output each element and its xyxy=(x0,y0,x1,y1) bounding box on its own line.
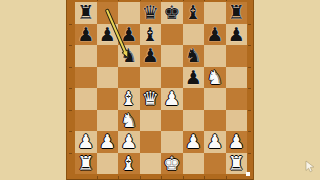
square-g4[interactable] xyxy=(204,88,226,110)
square-d3[interactable] xyxy=(140,110,162,132)
piece-black-pawn-c7[interactable]: ♟ xyxy=(118,24,140,46)
border-tick xyxy=(69,24,72,25)
piece-black-knight-f6[interactable]: ♞ xyxy=(183,45,205,67)
border-tick xyxy=(69,131,72,132)
square-b6[interactable] xyxy=(97,45,119,67)
piece-white-bishop-c4[interactable]: ♝ xyxy=(118,88,140,110)
square-g3[interactable] xyxy=(204,110,226,132)
square-h5[interactable] xyxy=(226,67,248,89)
border-tick xyxy=(69,110,72,111)
square-h4[interactable] xyxy=(226,88,248,110)
square-d5[interactable] xyxy=(140,67,162,89)
square-f2[interactable]: ♟ xyxy=(183,131,205,153)
border-tick xyxy=(118,176,119,179)
square-d6[interactable]: ♟ xyxy=(140,45,162,67)
chess-board: ♜♛♚♝♜♟♟♟♝♟♟♞♟♞♟♞♝♛♟♞♟♟♟♟♟♟♜♝♚♜ xyxy=(66,0,254,180)
square-e8[interactable]: ♚ xyxy=(161,2,183,24)
board-squares: ♜♛♚♝♜♟♟♟♝♟♟♞♟♞♟♞♝♛♟♞♟♟♟♟♟♟♜♝♚♜ xyxy=(75,2,247,174)
square-c5[interactable] xyxy=(118,67,140,89)
square-f6[interactable]: ♞ xyxy=(183,45,205,67)
piece-black-bishop-d7[interactable]: ♝ xyxy=(140,24,162,46)
piece-black-rook-h8[interactable]: ♜ xyxy=(226,2,248,24)
border-tick xyxy=(248,110,251,111)
square-g1[interactable] xyxy=(204,153,226,175)
square-b7[interactable]: ♟ xyxy=(97,24,119,46)
border-tick xyxy=(69,67,72,68)
square-d8[interactable]: ♛ xyxy=(140,2,162,24)
piece-black-pawn-d6[interactable]: ♟ xyxy=(140,45,162,67)
square-f4[interactable] xyxy=(183,88,205,110)
square-b1[interactable] xyxy=(97,153,119,175)
square-h2[interactable]: ♟ xyxy=(226,131,248,153)
piece-black-pawn-b7[interactable]: ♟ xyxy=(97,24,119,46)
square-d4[interactable]: ♛ xyxy=(140,88,162,110)
border-tick xyxy=(248,24,251,25)
border-tick xyxy=(226,176,227,179)
border-tick xyxy=(204,176,205,179)
piece-white-rook-h1[interactable]: ♜ xyxy=(226,153,248,175)
piece-white-pawn-h2[interactable]: ♟ xyxy=(226,131,248,153)
piece-white-pawn-c2[interactable]: ♟ xyxy=(118,131,140,153)
border-tick xyxy=(140,176,141,179)
square-c3[interactable]: ♞ xyxy=(118,110,140,132)
square-e3[interactable] xyxy=(161,110,183,132)
border-tick xyxy=(183,0,184,1)
piece-black-queen-d8[interactable]: ♛ xyxy=(140,2,162,24)
border-tick xyxy=(118,0,119,1)
square-h1[interactable]: ♜ xyxy=(226,153,248,175)
border-tick xyxy=(97,0,98,1)
square-d7[interactable]: ♝ xyxy=(140,24,162,46)
square-b8[interactable] xyxy=(97,2,119,24)
square-a6[interactable] xyxy=(75,45,97,67)
piece-white-pawn-a2[interactable]: ♟ xyxy=(75,131,97,153)
square-e7[interactable] xyxy=(161,24,183,46)
square-h8[interactable]: ♜ xyxy=(226,2,248,24)
piece-black-pawn-a7[interactable]: ♟ xyxy=(75,24,97,46)
square-f8[interactable]: ♝ xyxy=(183,2,205,24)
piece-white-pawn-f2[interactable]: ♟ xyxy=(183,131,205,153)
square-c8[interactable] xyxy=(118,2,140,24)
border-tick xyxy=(69,153,72,154)
border-tick xyxy=(161,0,162,1)
square-f5[interactable]: ♟ xyxy=(183,67,205,89)
border-tick xyxy=(204,0,205,1)
square-a7[interactable]: ♟ xyxy=(75,24,97,46)
square-g7[interactable]: ♟ xyxy=(204,24,226,46)
piece-white-king-e1[interactable]: ♚ xyxy=(161,153,183,175)
border-tick xyxy=(248,88,251,89)
border-tick xyxy=(69,45,72,46)
square-e6[interactable] xyxy=(161,45,183,67)
square-g5[interactable]: ♞ xyxy=(204,67,226,89)
border-tick xyxy=(248,153,251,154)
square-b3[interactable] xyxy=(97,110,119,132)
square-a5[interactable] xyxy=(75,67,97,89)
piece-white-knight-c3[interactable]: ♞ xyxy=(118,110,140,132)
border-tick xyxy=(248,45,251,46)
square-a8[interactable]: ♜ xyxy=(75,2,97,24)
square-c2[interactable]: ♟ xyxy=(118,131,140,153)
piece-black-rook-a8[interactable]: ♜ xyxy=(75,2,97,24)
piece-white-queen-d4[interactable]: ♛ xyxy=(140,88,162,110)
piece-white-bishop-c1[interactable]: ♝ xyxy=(118,153,140,175)
square-g8[interactable] xyxy=(204,2,226,24)
piece-black-knight-c6[interactable]: ♞ xyxy=(118,45,140,67)
square-h7[interactable]: ♟ xyxy=(226,24,248,46)
square-h6[interactable] xyxy=(226,45,248,67)
square-b2[interactable]: ♟ xyxy=(97,131,119,153)
square-d1[interactable] xyxy=(140,153,162,175)
square-f7[interactable] xyxy=(183,24,205,46)
border-tick xyxy=(248,131,251,132)
piece-white-pawn-e4[interactable]: ♟ xyxy=(161,88,183,110)
video-frame: ♜♛♚♝♜♟♟♟♝♟♟♞♟♞♟♞♝♛♟♞♟♟♟♟♟♟♜♝♚♜ xyxy=(0,0,320,180)
piece-black-king-e8[interactable]: ♚ xyxy=(161,2,183,24)
piece-white-knight-g5[interactable]: ♞ xyxy=(204,67,226,89)
square-g2[interactable]: ♟ xyxy=(204,131,226,153)
piece-black-pawn-f5[interactable]: ♟ xyxy=(183,67,205,89)
square-e5[interactable] xyxy=(161,67,183,89)
square-a1[interactable]: ♜ xyxy=(75,153,97,175)
square-e1[interactable]: ♚ xyxy=(161,153,183,175)
border-tick xyxy=(183,176,184,179)
piece-white-pawn-g2[interactable]: ♟ xyxy=(204,131,226,153)
piece-black-pawn-h7[interactable]: ♟ xyxy=(226,24,248,46)
square-d2[interactable] xyxy=(140,131,162,153)
square-a2[interactable]: ♟ xyxy=(75,131,97,153)
square-b5[interactable] xyxy=(97,67,119,89)
square-e4[interactable]: ♟ xyxy=(161,88,183,110)
square-b4[interactable] xyxy=(97,88,119,110)
piece-black-bishop-f8[interactable]: ♝ xyxy=(183,2,205,24)
piece-black-pawn-g7[interactable]: ♟ xyxy=(204,24,226,46)
square-a3[interactable] xyxy=(75,110,97,132)
border-tick xyxy=(161,176,162,179)
square-c7[interactable]: ♟ xyxy=(118,24,140,46)
square-g6[interactable] xyxy=(204,45,226,67)
square-c6[interactable]: ♞ xyxy=(118,45,140,67)
square-f1[interactable] xyxy=(183,153,205,175)
piece-white-pawn-b2[interactable]: ♟ xyxy=(97,131,119,153)
square-h3[interactable] xyxy=(226,110,248,132)
square-c4[interactable]: ♝ xyxy=(118,88,140,110)
border-tick xyxy=(248,67,251,68)
border-tick xyxy=(140,0,141,1)
piece-white-rook-a1[interactable]: ♜ xyxy=(75,153,97,175)
square-a4[interactable] xyxy=(75,88,97,110)
square-c1[interactable]: ♝ xyxy=(118,153,140,175)
border-tick xyxy=(226,0,227,1)
board-corner-dot xyxy=(246,172,250,176)
square-f3[interactable] xyxy=(183,110,205,132)
square-e2[interactable] xyxy=(161,131,183,153)
border-tick xyxy=(97,176,98,179)
border-tick xyxy=(69,88,72,89)
